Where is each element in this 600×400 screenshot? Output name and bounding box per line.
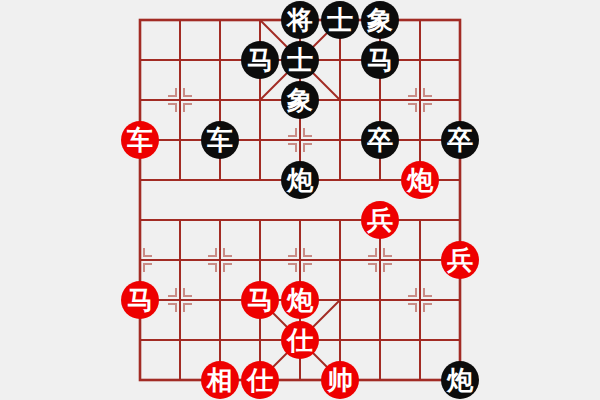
piece-red-advisor[interactable]: 仕 [281, 321, 319, 359]
piece-black-cannon[interactable]: 炮 [281, 161, 319, 199]
piece-red-cannon[interactable]: 炮 [281, 281, 319, 319]
piece-red-horse[interactable]: 马 [241, 281, 279, 319]
piece-red-horse[interactable]: 马 [121, 281, 159, 319]
piece-black-advisor[interactable]: 士 [321, 1, 359, 39]
piece-black-soldier[interactable]: 卒 [361, 121, 399, 159]
screen: 将士象马士马象车卒卒炮炮车炮兵兵马马炮仕相仕帅 [0, 0, 600, 400]
piece-black-elephant[interactable]: 象 [281, 81, 319, 119]
piece-red-elephant[interactable]: 相 [201, 361, 239, 399]
piece-black-horse[interactable]: 马 [241, 41, 279, 79]
piece-black-horse[interactable]: 马 [361, 41, 399, 79]
piece-red-soldier[interactable]: 兵 [361, 201, 399, 239]
piece-black-chariot[interactable]: 车 [201, 121, 239, 159]
pieces-layer: 将士象马士马象车卒卒炮炮车炮兵兵马马炮仕相仕帅 [0, 0, 600, 400]
piece-red-soldier[interactable]: 兵 [441, 241, 479, 279]
piece-black-cannon[interactable]: 炮 [441, 361, 479, 399]
piece-black-elephant[interactable]: 象 [361, 1, 399, 39]
xiangqi-board: 将士象马士马象车卒卒炮炮车炮兵兵马马炮仕相仕帅 [0, 0, 600, 400]
piece-red-general[interactable]: 帅 [321, 361, 359, 399]
piece-black-soldier[interactable]: 卒 [441, 121, 479, 159]
piece-black-advisor[interactable]: 士 [281, 41, 319, 79]
piece-red-cannon[interactable]: 炮 [401, 161, 439, 199]
piece-red-advisor[interactable]: 仕 [241, 361, 279, 399]
piece-black-general[interactable]: 将 [281, 1, 319, 39]
piece-red-chariot[interactable]: 车 [121, 121, 159, 159]
